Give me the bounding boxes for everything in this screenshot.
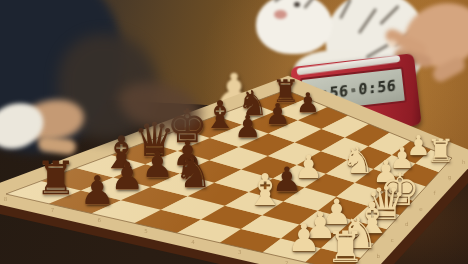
black-rook: ♜ — [35, 155, 77, 201]
board-coordinate: 4 — [191, 239, 195, 245]
board-coordinate: 5 — [144, 228, 148, 234]
chess-game-photo: 0:56 0:56 ♟ 8a7b6c5d4e3f2g1h ♜♝♛♚♝♞♜♟♟♟♟… — [0, 0, 468, 264]
black-pawn: ♟ — [141, 147, 173, 183]
board-coordinate: g — [448, 174, 452, 181]
white-knight: ♞ — [342, 143, 375, 179]
board-coordinate: e — [419, 206, 423, 212]
board-coordinate: 8 — [4, 196, 8, 202]
black-knight: ♞ — [174, 151, 212, 194]
board-coordinate: 7 — [51, 207, 55, 213]
white-bishop: ♝ — [245, 169, 284, 213]
board-coordinate: 6 — [98, 217, 102, 223]
chess-board: 8a7b6c5d4e3f2g1h ♜♝♛♚♝♞♜♟♟♟♟♟♟♟♞♝♟♟♞♟♟♟♟… — [0, 0, 468, 264]
white-rook: ♜ — [426, 136, 454, 168]
black-pawn: ♟ — [234, 112, 261, 143]
black-bishop: ♝ — [203, 97, 237, 135]
black-pawn: ♟ — [110, 159, 144, 197]
black-pawn: ♟ — [265, 100, 291, 129]
white-rook: ♜ — [326, 225, 365, 264]
black-pawn: ♟ — [79, 171, 114, 211]
black-pawn: ♟ — [296, 89, 320, 116]
board-coordinate: 3 — [238, 249, 242, 255]
white-pawn: ♟ — [287, 221, 321, 259]
board-coordinate: h — [462, 159, 466, 165]
